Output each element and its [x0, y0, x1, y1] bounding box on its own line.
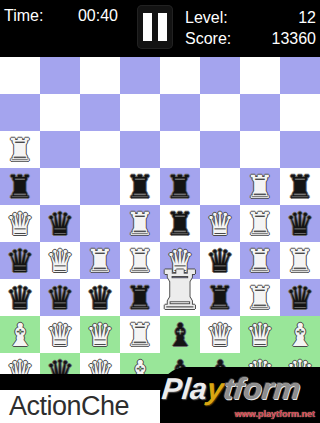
white-rook-icon: ♜	[126, 245, 155, 277]
time-row: Time: 00:40	[4, 7, 118, 25]
board: ♜♜♜♜♜♜♛♛♜♜♛♜♛♛♛♜♜♛♛♜♜♛♛♛♜♜♜♛♝♛♛♜♝♛♛♝♛♛♛♝…	[0, 57, 320, 390]
white-queen-icon: ♛	[246, 319, 275, 351]
board-cell-r1c1[interactable]	[0, 57, 40, 94]
board-cell-r3c2[interactable]	[40, 131, 80, 168]
white-bishop-icon: ♝	[286, 319, 315, 351]
black-rook-icon: ♜	[206, 282, 235, 314]
hud-bar: Time: 00:40 Level: 12 Score: 13360	[0, 0, 320, 57]
white-queen-icon: ♛	[86, 319, 115, 351]
playtform-logo: Playtform	[160, 372, 302, 406]
black-queen-icon: ♛	[6, 282, 35, 314]
board-cell-r7c4[interactable]: ♜	[120, 279, 160, 316]
board-cell-r7c3[interactable]: ♛	[80, 279, 120, 316]
board-cell-r6c1[interactable]: ♛	[0, 242, 40, 279]
board-cell-r4c6[interactable]	[200, 168, 240, 205]
time-label: Time:	[4, 7, 43, 25]
board-cell-r4c8[interactable]: ♜	[280, 168, 320, 205]
board-cell-r6c7[interactable]: ♜	[240, 242, 280, 279]
board-cell-r4c7[interactable]: ♜	[240, 168, 280, 205]
board-cell-r1c8[interactable]	[280, 57, 320, 94]
white-rook-icon: ♜	[6, 134, 35, 166]
board-cell-r1c3[interactable]	[80, 57, 120, 94]
white-rook-icon: ♜	[126, 208, 155, 240]
white-rook-icon: ♜	[246, 282, 275, 314]
board-cell-r4c4[interactable]: ♜	[120, 168, 160, 205]
pause-icon	[143, 13, 152, 41]
board-cell-r3c7[interactable]	[240, 131, 280, 168]
score-value: 13360	[272, 28, 317, 49]
white-rook-icon: ♜	[246, 245, 275, 277]
black-rook-icon: ♜	[126, 282, 155, 314]
board-cell-r4c5[interactable]: ♜	[160, 168, 200, 205]
black-queen-icon: ♛	[46, 282, 75, 314]
board-cell-r5c3[interactable]	[80, 205, 120, 242]
board-cell-r4c3[interactable]	[80, 168, 120, 205]
board-cell-r8c2[interactable]: ♛	[40, 316, 80, 353]
playtform-watermark: Playtform www.playtform.net	[160, 367, 320, 423]
board-cell-r1c4[interactable]	[120, 57, 160, 94]
board-cell-r3c6[interactable]	[200, 131, 240, 168]
pause-button[interactable]	[137, 5, 173, 49]
board-cell-r1c5[interactable]	[160, 57, 200, 94]
board-cell-r8c1[interactable]: ♝	[0, 316, 40, 353]
actionchess-screen: Time: 00:40 Level: 12 Score: 13360 ♜♜♜♜♜…	[0, 0, 320, 423]
board-cell-r7c2[interactable]: ♛	[40, 279, 80, 316]
board-cell-r2c7[interactable]	[240, 94, 280, 131]
board-cell-r3c3[interactable]	[80, 131, 120, 168]
board-cell-r5c6[interactable]: ♛	[200, 205, 240, 242]
board-cell-r3c5[interactable]	[160, 131, 200, 168]
black-queen-icon: ♛	[86, 282, 115, 314]
white-bishop-icon: ♝	[6, 319, 35, 351]
board-cell-r5c5[interactable]: ♜	[160, 205, 200, 242]
board-cell-r5c1[interactable]: ♛	[0, 205, 40, 242]
board-cell-r5c4[interactable]: ♜	[120, 205, 160, 242]
board-cell-r7c8[interactable]: ♛	[280, 279, 320, 316]
board-cell-r6c8[interactable]: ♜	[280, 242, 320, 279]
board-cell-r4c1[interactable]: ♜	[0, 168, 40, 205]
board-cell-r3c8[interactable]	[280, 131, 320, 168]
board-cell-r5c2[interactable]: ♛	[40, 205, 80, 242]
board-cell-r7c7[interactable]: ♜	[240, 279, 280, 316]
black-rook-icon: ♜	[166, 208, 195, 240]
board-cell-r8c4[interactable]: ♜	[120, 316, 160, 353]
board-cell-r6c4[interactable]: ♜	[120, 242, 160, 279]
board-cell-r6c2[interactable]: ♛	[40, 242, 80, 279]
app-title: ActionChe	[0, 391, 129, 422]
board-cell-r5c7[interactable]: ♜	[240, 205, 280, 242]
white-queen-icon: ♛	[206, 319, 235, 351]
black-queen-icon: ♛	[6, 245, 35, 277]
board-cell-r3c4[interactable]	[120, 131, 160, 168]
score-label: Score:	[185, 28, 231, 49]
level-label: Level:	[185, 7, 228, 28]
black-queen-icon: ♛	[286, 208, 315, 240]
white-rook-icon: ♜	[126, 319, 155, 351]
board-cell-r1c7[interactable]	[240, 57, 280, 94]
board-cell-r6c3[interactable]: ♜	[80, 242, 120, 279]
black-queen-icon: ♛	[46, 208, 75, 240]
board-cell-r2c8[interactable]	[280, 94, 320, 131]
black-rook-icon: ♜	[6, 171, 35, 203]
playtform-url: www.playtform.net	[235, 409, 315, 419]
black-rook-icon: ♜	[126, 171, 155, 203]
level-value: 12	[298, 7, 316, 28]
white-queen-icon: ♛	[46, 319, 75, 351]
board-cell-r5c8[interactable]: ♛	[280, 205, 320, 242]
tall-white-rook-icon[interactable]: ♜	[155, 266, 205, 316]
board-cell-r2c5[interactable]	[160, 94, 200, 131]
board-cell-r6c6[interactable]: ♛	[200, 242, 240, 279]
black-queen-icon: ♛	[286, 282, 315, 314]
board-cell-r8c8[interactable]: ♝	[280, 316, 320, 353]
white-queen-icon: ♛	[6, 208, 35, 240]
white-rook-icon: ♜	[246, 208, 275, 240]
board-cell-r3c1[interactable]: ♜	[0, 131, 40, 168]
board-cell-r2c3[interactable]	[80, 94, 120, 131]
white-queen-icon: ♛	[206, 208, 235, 240]
black-rook-icon: ♜	[166, 171, 195, 203]
board-cell-r2c1[interactable]	[0, 94, 40, 131]
white-rook-icon: ♜	[86, 245, 115, 277]
board-cell-r8c3[interactable]: ♛	[80, 316, 120, 353]
board-cell-r2c4[interactable]	[120, 94, 160, 131]
level-score-block: Level: 12 Score: 13360	[185, 7, 316, 49]
board-cell-r2c2[interactable]	[40, 94, 80, 131]
black-bishop-icon: ♝	[166, 319, 195, 351]
board-cell-r8c7[interactable]: ♛	[240, 316, 280, 353]
white-queen-icon: ♛	[46, 245, 75, 277]
board-cell-r7c6[interactable]: ♜	[200, 279, 240, 316]
white-rook-icon: ♜	[286, 245, 315, 277]
board-cell-r1c2[interactable]	[40, 57, 80, 94]
board-cell-r7c1[interactable]: ♛	[0, 279, 40, 316]
black-rook-icon: ♜	[286, 171, 315, 203]
time-value: 00:40	[78, 7, 118, 25]
board-cell-r8c6[interactable]: ♛	[200, 316, 240, 353]
pause-icon	[158, 13, 167, 41]
board-cell-r1c6[interactable]	[200, 57, 240, 94]
board-cell-r2c6[interactable]	[200, 94, 240, 131]
board-cell-r4c2[interactable]	[40, 168, 80, 205]
white-rook-icon: ♜	[246, 171, 275, 203]
black-queen-icon: ♛	[206, 245, 235, 277]
